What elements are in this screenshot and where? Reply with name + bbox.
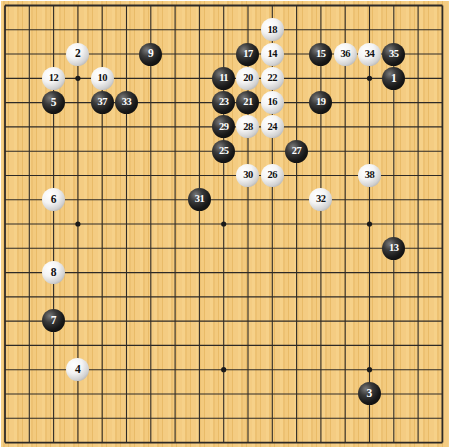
black-stone-move-21: 21 [236,91,259,114]
white-stone-move-8: 8 [42,261,65,284]
white-stone-move-12: 12 [42,67,65,90]
white-stone-move-22: 22 [261,67,284,90]
move-number: 6 [51,194,57,206]
white-stone-move-4: 4 [66,358,89,381]
move-number: 15 [316,49,326,60]
black-stone-move-19: 19 [309,91,332,114]
black-stone-move-9: 9 [139,43,162,66]
white-stone-move-10: 10 [91,67,114,90]
move-number: 32 [316,194,326,205]
white-stone-move-28: 28 [236,115,259,138]
move-number: 28 [243,122,253,133]
black-stone-move-11: 11 [212,67,235,90]
white-stone-move-38: 38 [358,164,381,187]
move-number: 11 [219,73,228,84]
go-board[interactable]: 1234567891011121314151617181920212223242… [0,0,450,448]
move-number: 3 [367,388,373,400]
move-number: 2 [75,48,81,60]
move-number: 16 [268,97,278,108]
white-stone-move-18: 18 [261,18,284,41]
black-stone-move-1: 1 [382,67,405,90]
move-number: 5 [51,97,57,109]
black-stone-move-35: 35 [382,43,405,66]
move-number: 10 [97,73,107,84]
black-stone-move-17: 17 [236,43,259,66]
white-stone-move-36: 36 [334,43,357,66]
move-number: 27 [292,146,302,157]
move-number: 38 [365,170,375,181]
move-number: 8 [51,267,57,279]
move-number: 14 [268,49,278,60]
stones-layer: 1234567891011121314151617181920212223242… [0,0,450,448]
move-number: 24 [268,122,278,133]
move-number: 21 [243,97,253,108]
move-number: 18 [268,25,278,36]
white-stone-move-26: 26 [261,164,284,187]
black-stone-move-13: 13 [382,237,405,260]
move-number: 12 [49,73,59,84]
move-number: 31 [195,194,205,205]
white-stone-move-30: 30 [236,164,259,187]
white-stone-move-24: 24 [261,115,284,138]
move-number: 1 [391,73,397,85]
white-stone-move-6: 6 [42,188,65,211]
black-stone-move-37: 37 [91,91,114,114]
white-stone-move-20: 20 [236,67,259,90]
move-number: 23 [219,97,229,108]
black-stone-move-15: 15 [309,43,332,66]
move-number: 9 [148,48,154,60]
black-stone-move-7: 7 [42,309,65,332]
move-number: 33 [122,97,132,108]
move-number: 34 [365,49,375,60]
black-stone-move-29: 29 [212,115,235,138]
move-number: 22 [268,73,278,84]
black-stone-move-31: 31 [188,188,211,211]
white-stone-move-2: 2 [66,43,89,66]
move-number: 13 [389,243,399,254]
move-number: 7 [51,315,57,327]
black-stone-move-27: 27 [285,140,308,163]
move-number: 29 [219,122,229,133]
move-number: 37 [97,97,107,108]
black-stone-move-5: 5 [42,91,65,114]
black-stone-move-3: 3 [358,382,381,405]
move-number: 4 [75,364,81,376]
black-stone-move-25: 25 [212,140,235,163]
move-number: 26 [268,170,278,181]
white-stone-move-32: 32 [309,188,332,211]
move-number: 25 [219,146,229,157]
move-number: 19 [316,97,326,108]
white-stone-move-14: 14 [261,43,284,66]
white-stone-move-16: 16 [261,91,284,114]
move-number: 36 [340,49,350,60]
black-stone-move-23: 23 [212,91,235,114]
move-number: 20 [243,73,253,84]
move-number: 35 [389,49,399,60]
move-number: 30 [243,170,253,181]
black-stone-move-33: 33 [115,91,138,114]
move-number: 17 [243,49,253,60]
white-stone-move-34: 34 [358,43,381,66]
